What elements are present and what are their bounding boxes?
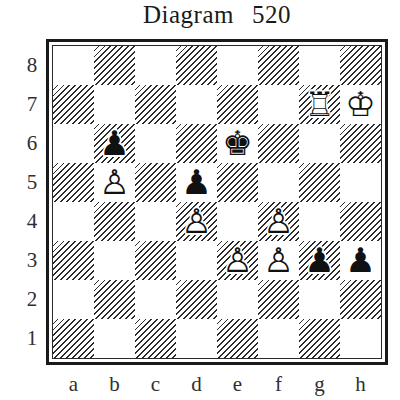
square-e3[interactable]: ♟♙ <box>217 241 258 280</box>
square-d8[interactable] <box>176 46 217 85</box>
square-b5[interactable]: ♟♙ <box>94 163 135 202</box>
piece-white-pawn: ♙ <box>258 241 299 280</box>
board-grid: ♜♖♚♔♟♟♚♚♟♙♟♟♟♙♟♙♟♙♟♙♟♟♟♟ <box>53 46 381 358</box>
square-e8[interactable] <box>217 46 258 85</box>
square-b6[interactable]: ♟♟ <box>94 124 135 163</box>
square-a6[interactable] <box>53 124 94 163</box>
rank-label-7: 7 <box>19 85 45 124</box>
square-a7[interactable] <box>53 85 94 124</box>
square-g5[interactable] <box>299 163 340 202</box>
square-a5[interactable] <box>53 163 94 202</box>
file-label-f: f <box>258 371 299 397</box>
square-a1[interactable] <box>53 319 94 358</box>
piece-halo: ♟ <box>217 241 258 280</box>
file-label-a: a <box>53 371 94 397</box>
square-b7[interactable] <box>94 85 135 124</box>
square-c3[interactable] <box>135 241 176 280</box>
piece-halo: ♟ <box>176 163 217 202</box>
piece-halo: ♟ <box>94 163 135 202</box>
file-label-d: d <box>176 371 217 397</box>
piece-halo: ♜ <box>299 85 340 124</box>
piece-white-pawn: ♙ <box>176 202 217 241</box>
file-label-g: g <box>299 371 340 397</box>
piece-white-pawn: ♙ <box>94 163 135 202</box>
square-h2[interactable] <box>340 280 381 319</box>
piece-black-pawn: ♟ <box>299 241 340 280</box>
piece-halo: ♟ <box>176 202 217 241</box>
square-h8[interactable] <box>340 46 381 85</box>
square-g8[interactable] <box>299 46 340 85</box>
square-a3[interactable] <box>53 241 94 280</box>
square-c4[interactable] <box>135 202 176 241</box>
square-d6[interactable] <box>176 124 217 163</box>
piece-black-king: ♚ <box>217 124 258 163</box>
square-c1[interactable] <box>135 319 176 358</box>
square-d3[interactable] <box>176 241 217 280</box>
square-b1[interactable] <box>94 319 135 358</box>
square-f3[interactable]: ♟♙ <box>258 241 299 280</box>
square-e2[interactable] <box>217 280 258 319</box>
piece-halo: ♚ <box>217 124 258 163</box>
file-label-h: h <box>340 371 381 397</box>
square-g1[interactable] <box>299 319 340 358</box>
piece-halo: ♟ <box>299 241 340 280</box>
square-h6[interactable] <box>340 124 381 163</box>
square-g2[interactable] <box>299 280 340 319</box>
rank-label-8: 8 <box>19 46 45 85</box>
square-d2[interactable] <box>176 280 217 319</box>
square-h3[interactable]: ♟♟ <box>340 241 381 280</box>
piece-white-king: ♔ <box>340 85 381 124</box>
square-c2[interactable] <box>135 280 176 319</box>
square-g4[interactable] <box>299 202 340 241</box>
rank-label-6: 6 <box>19 124 45 163</box>
square-h1[interactable] <box>340 319 381 358</box>
square-d4[interactable]: ♟♙ <box>176 202 217 241</box>
square-d1[interactable] <box>176 319 217 358</box>
square-g3[interactable]: ♟♟ <box>299 241 340 280</box>
file-label-c: c <box>135 371 176 397</box>
piece-black-pawn: ♟ <box>176 163 217 202</box>
square-e4[interactable] <box>217 202 258 241</box>
square-f7[interactable] <box>258 85 299 124</box>
square-f1[interactable] <box>258 319 299 358</box>
square-f2[interactable] <box>258 280 299 319</box>
square-h4[interactable] <box>340 202 381 241</box>
square-b4[interactable] <box>94 202 135 241</box>
square-d7[interactable] <box>176 85 217 124</box>
square-h7[interactable]: ♚♔ <box>340 85 381 124</box>
square-e6[interactable]: ♚♚ <box>217 124 258 163</box>
square-b2[interactable] <box>94 280 135 319</box>
square-f5[interactable] <box>258 163 299 202</box>
square-c5[interactable] <box>135 163 176 202</box>
square-e5[interactable] <box>217 163 258 202</box>
file-label-b: b <box>94 371 135 397</box>
square-a8[interactable] <box>53 46 94 85</box>
piece-white-pawn: ♙ <box>217 241 258 280</box>
rank-label-1: 1 <box>19 319 45 358</box>
square-f4[interactable]: ♟♙ <box>258 202 299 241</box>
rank-label-4: 4 <box>19 202 45 241</box>
square-f6[interactable] <box>258 124 299 163</box>
piece-halo: ♟ <box>258 202 299 241</box>
file-labels: abcdefgh <box>53 371 381 397</box>
rank-labels: 87654321 <box>19 46 45 358</box>
piece-black-pawn: ♟ <box>340 241 381 280</box>
square-c8[interactable] <box>135 46 176 85</box>
piece-white-pawn: ♙ <box>258 202 299 241</box>
rank-label-3: 3 <box>19 241 45 280</box>
piece-halo: ♚ <box>340 85 381 124</box>
file-label-e: e <box>217 371 258 397</box>
square-c7[interactable] <box>135 85 176 124</box>
board-inner-frame: ♜♖♚♔♟♟♚♚♟♙♟♟♟♙♟♙♟♙♟♙♟♟♟♟ <box>52 45 382 359</box>
square-g6[interactable] <box>299 124 340 163</box>
square-g7[interactable]: ♜♖ <box>299 85 340 124</box>
square-h5[interactable] <box>340 163 381 202</box>
square-e7[interactable] <box>217 85 258 124</box>
square-f8[interactable] <box>258 46 299 85</box>
square-b8[interactable] <box>94 46 135 85</box>
square-c6[interactable] <box>135 124 176 163</box>
chess-board: ♜♖♚♔♟♟♚♚♟♙♟♟♟♙♟♙♟♙♟♙♟♟♟♟ <box>46 39 388 365</box>
piece-halo: ♟ <box>258 241 299 280</box>
rank-label-5: 5 <box>19 163 45 202</box>
diagram-title: Diagram 520 <box>46 1 388 29</box>
rank-label-2: 2 <box>19 280 45 319</box>
piece-halo: ♟ <box>340 241 381 280</box>
piece-halo: ♟ <box>94 124 135 163</box>
piece-black-pawn: ♟ <box>94 124 135 163</box>
square-a4[interactable] <box>53 202 94 241</box>
square-e1[interactable] <box>217 319 258 358</box>
square-a2[interactable] <box>53 280 94 319</box>
square-b3[interactable] <box>94 241 135 280</box>
piece-white-rook: ♖ <box>299 85 340 124</box>
square-d5[interactable]: ♟♟ <box>176 163 217 202</box>
